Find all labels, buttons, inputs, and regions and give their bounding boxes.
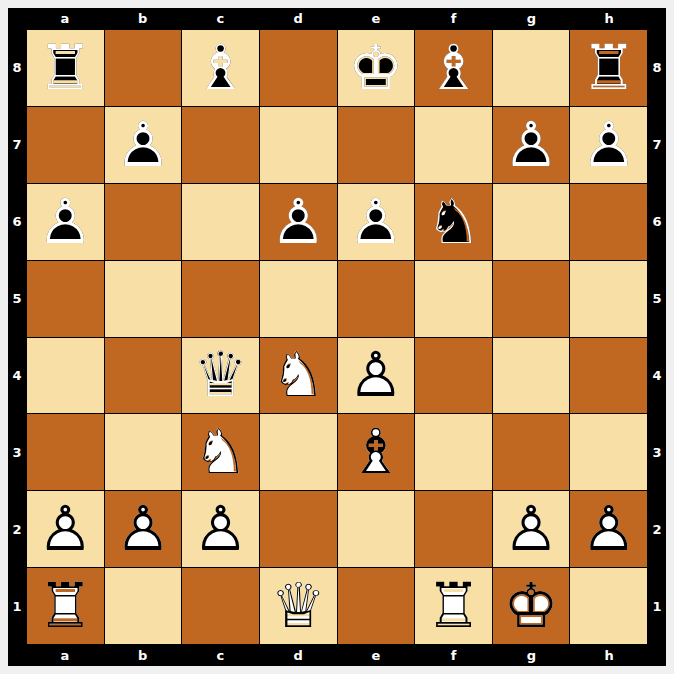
white-pawn[interactable]: ♟♙ (348, 344, 404, 406)
white-pawn[interactable]: ♟♙ (503, 498, 559, 560)
square-b5[interactable] (105, 261, 182, 337)
square-f8[interactable]: ♝♗ (415, 30, 492, 106)
square-e1[interactable] (338, 568, 415, 644)
square-g1[interactable]: ♚♔ (493, 568, 570, 644)
white-bishop[interactable]: ♝♗ (348, 421, 404, 483)
square-g4[interactable] (493, 338, 570, 414)
square-h7[interactable]: ♟♙ (570, 107, 647, 183)
rank-label-5: 5 (8, 260, 26, 337)
square-c7[interactable] (182, 107, 259, 183)
black-pawn[interactable]: ♟♙ (270, 191, 326, 253)
white-pawn[interactable]: ♟♙ (115, 498, 171, 560)
white-queen[interactable]: ♛♕ (270, 575, 326, 637)
square-d2[interactable] (260, 491, 337, 567)
piece-outline-glyph: ♙ (270, 191, 326, 253)
square-f5[interactable] (415, 261, 492, 337)
black-bishop[interactable]: ♝♗ (193, 37, 249, 99)
square-a6[interactable]: ♟♙ (27, 184, 104, 260)
square-h4[interactable] (570, 338, 647, 414)
board-middle-row: 87654321 ♜♖♝♗♚♔♝♗♜♖♟♙♟♙♟♙♟♙♟♙♟♙♞♘♛♕♞♘♟♙♞… (8, 29, 666, 645)
square-a7[interactable] (27, 107, 104, 183)
file-labels-bottom: abcdefgh (26, 645, 648, 666)
piece-outline-glyph: ♔ (348, 37, 404, 99)
square-d6[interactable]: ♟♙ (260, 184, 337, 260)
square-c6[interactable] (182, 184, 259, 260)
file-label-g: g (493, 8, 571, 29)
square-h3[interactable] (570, 414, 647, 490)
square-c5[interactable] (182, 261, 259, 337)
file-label-c: c (182, 8, 260, 29)
square-f1[interactable]: ♜♖ (415, 568, 492, 644)
piece-outline-glyph: ♗ (426, 37, 482, 99)
black-pawn[interactable]: ♟♙ (503, 114, 559, 176)
piece-outline-glyph: ♘ (426, 191, 482, 253)
square-a4[interactable] (27, 338, 104, 414)
piece-outline-glyph: ♙ (115, 114, 171, 176)
square-h2[interactable]: ♟♙ (570, 491, 647, 567)
piece-outline-glyph: ♔ (503, 575, 559, 637)
white-knight[interactable]: ♞♘ (270, 344, 326, 406)
rank-labels-right: 87654321 (648, 29, 666, 645)
rank-label-7: 7 (648, 106, 666, 183)
black-rook[interactable]: ♜♖ (581, 37, 637, 99)
square-a1[interactable]: ♜♖ (27, 568, 104, 644)
square-e5[interactable] (338, 261, 415, 337)
square-g2[interactable]: ♟♙ (493, 491, 570, 567)
square-c1[interactable] (182, 568, 259, 644)
square-e7[interactable] (338, 107, 415, 183)
square-c8[interactable]: ♝♗ (182, 30, 259, 106)
rank-label-1: 1 (8, 568, 26, 645)
piece-outline-glyph: ♗ (348, 421, 404, 483)
square-a8[interactable]: ♜♖ (27, 30, 104, 106)
piece-outline-glyph: ♙ (581, 498, 637, 560)
square-e8[interactable]: ♚♔ (338, 30, 415, 106)
piece-outline-glyph: ♙ (348, 191, 404, 253)
piece-outline-glyph: ♙ (581, 114, 637, 176)
piece-outline-glyph: ♖ (581, 37, 637, 99)
rank-label-6: 6 (648, 183, 666, 260)
square-a2[interactable]: ♟♙ (27, 491, 104, 567)
black-rook[interactable]: ♜♖ (38, 37, 94, 99)
file-label-h: h (570, 8, 648, 29)
black-bishop[interactable]: ♝♗ (426, 37, 482, 99)
rank-label-3: 3 (8, 414, 26, 491)
square-e3[interactable]: ♝♗ (338, 414, 415, 490)
black-pawn[interactable]: ♟♙ (581, 114, 637, 176)
white-knight[interactable]: ♞♘ (193, 421, 249, 483)
black-pawn[interactable]: ♟♙ (38, 191, 94, 253)
file-label-e: e (337, 645, 415, 666)
square-f4[interactable] (415, 338, 492, 414)
file-label-f: f (415, 645, 493, 666)
square-d8[interactable] (260, 30, 337, 106)
square-b4[interactable] (105, 338, 182, 414)
square-g7[interactable]: ♟♙ (493, 107, 570, 183)
square-h6[interactable] (570, 184, 647, 260)
square-a3[interactable] (27, 414, 104, 490)
rank-label-2: 2 (648, 491, 666, 568)
square-h5[interactable] (570, 261, 647, 337)
square-e2[interactable] (338, 491, 415, 567)
rank-label-6: 6 (8, 183, 26, 260)
piece-outline-glyph: ♖ (38, 37, 94, 99)
square-g5[interactable] (493, 261, 570, 337)
piece-outline-glyph: ♙ (348, 344, 404, 406)
square-c3[interactable]: ♞♘ (182, 414, 259, 490)
square-c4[interactable]: ♛♕ (182, 338, 259, 414)
white-pawn[interactable]: ♟♙ (193, 498, 249, 560)
piece-outline-glyph: ♕ (270, 575, 326, 637)
square-b6[interactable] (105, 184, 182, 260)
black-knight[interactable]: ♞♘ (426, 191, 482, 253)
square-e6[interactable]: ♟♙ (338, 184, 415, 260)
rank-labels-left: 87654321 (8, 29, 26, 645)
piece-outline-glyph: ♙ (503, 498, 559, 560)
square-a5[interactable] (27, 261, 104, 337)
square-g8[interactable] (493, 30, 570, 106)
file-label-d: d (259, 8, 337, 29)
square-f6[interactable]: ♞♘ (415, 184, 492, 260)
file-label-c: c (182, 645, 260, 666)
square-e4[interactable]: ♟♙ (338, 338, 415, 414)
piece-outline-glyph: ♙ (38, 191, 94, 253)
piece-outline-glyph: ♖ (38, 575, 94, 637)
square-d5[interactable] (260, 261, 337, 337)
piece-outline-glyph: ♗ (193, 37, 249, 99)
white-pawn[interactable]: ♟♙ (38, 498, 94, 560)
black-queen[interactable]: ♛♕ (193, 344, 249, 406)
piece-outline-glyph: ♘ (270, 344, 326, 406)
white-pawn[interactable]: ♟♙ (581, 498, 637, 560)
square-d1[interactable]: ♛♕ (260, 568, 337, 644)
rank-label-7: 7 (8, 106, 26, 183)
piece-outline-glyph: ♖ (426, 575, 482, 637)
piece-outline-glyph: ♙ (503, 114, 559, 176)
rank-label-2: 2 (8, 491, 26, 568)
file-label-h: h (570, 645, 648, 666)
file-label-a: a (26, 8, 104, 29)
chessboard: abcdefgh 87654321 ♜♖♝♗♚♔♝♗♜♖♟♙♟♙♟♙♟♙♟♙♟♙… (8, 8, 666, 666)
square-h8[interactable]: ♜♖ (570, 30, 647, 106)
page-background: { "game": "chess", "position": "r1b1kb1r… (0, 0, 674, 674)
rank-label-4: 4 (648, 337, 666, 414)
piece-outline-glyph: ♙ (193, 498, 249, 560)
rank-label-8: 8 (648, 29, 666, 106)
black-pawn[interactable]: ♟♙ (115, 114, 171, 176)
square-g3[interactable] (493, 414, 570, 490)
black-king[interactable]: ♚♔ (348, 37, 404, 99)
square-d3[interactable] (260, 414, 337, 490)
square-f7[interactable] (415, 107, 492, 183)
square-b3[interactable] (105, 414, 182, 490)
square-d4[interactable]: ♞♘ (260, 338, 337, 414)
file-label-d: d (259, 645, 337, 666)
rank-label-3: 3 (648, 414, 666, 491)
square-c2[interactable]: ♟♙ (182, 491, 259, 567)
square-d7[interactable] (260, 107, 337, 183)
square-b7[interactable]: ♟♙ (105, 107, 182, 183)
file-label-a: a (26, 645, 104, 666)
white-king[interactable]: ♚♔ (503, 575, 559, 637)
file-label-b: b (104, 645, 182, 666)
piece-outline-glyph: ♘ (193, 421, 249, 483)
square-f3[interactable] (415, 414, 492, 490)
file-label-g: g (493, 645, 571, 666)
white-rook[interactable]: ♜♖ (38, 575, 94, 637)
square-b2[interactable]: ♟♙ (105, 491, 182, 567)
file-labels-top: abcdefgh (26, 8, 648, 29)
file-label-e: e (337, 8, 415, 29)
piece-outline-glyph: ♙ (115, 498, 171, 560)
square-b8[interactable] (105, 30, 182, 106)
square-h1[interactable] (570, 568, 647, 644)
piece-outline-glyph: ♕ (193, 344, 249, 406)
file-label-b: b (104, 8, 182, 29)
file-label-f: f (415, 8, 493, 29)
black-pawn[interactable]: ♟♙ (348, 191, 404, 253)
white-rook[interactable]: ♜♖ (426, 575, 482, 637)
square-b1[interactable] (105, 568, 182, 644)
rank-label-5: 5 (648, 260, 666, 337)
rank-label-1: 1 (648, 568, 666, 645)
board-grid: ♜♖♝♗♚♔♝♗♜♖♟♙♟♙♟♙♟♙♟♙♟♙♞♘♛♕♞♘♟♙♞♘♝♗♟♙♟♙♟♙… (26, 29, 648, 645)
rank-label-8: 8 (8, 29, 26, 106)
square-g6[interactable] (493, 184, 570, 260)
square-f2[interactable] (415, 491, 492, 567)
rank-label-4: 4 (8, 337, 26, 414)
piece-outline-glyph: ♙ (38, 498, 94, 560)
